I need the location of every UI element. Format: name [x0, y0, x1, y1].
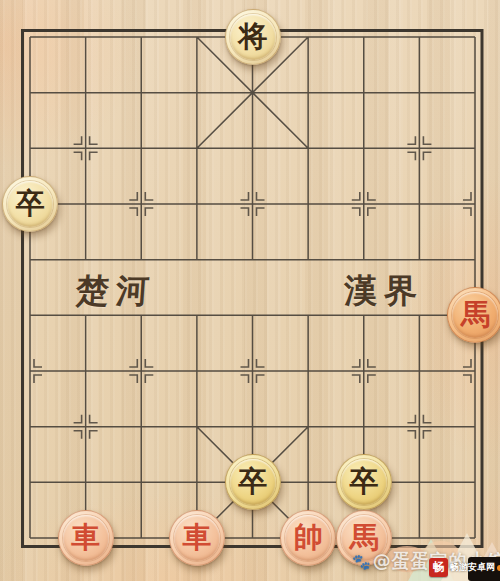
- piece-black-soldier[interactable]: 卒: [225, 454, 281, 510]
- piece-black-soldier[interactable]: 卒: [336, 454, 392, 510]
- piece-glyph: 馬: [349, 523, 378, 552]
- piece-glyph: 馬: [461, 300, 490, 329]
- badge-text: 畅游安卓网: [450, 561, 500, 574]
- piece-glyph: 卒: [16, 189, 45, 218]
- paw-icon: 🐾: [352, 553, 372, 571]
- badge-logo-icon: 畅: [429, 558, 448, 577]
- piece-red-general[interactable]: 帥: [280, 510, 336, 566]
- watermark-badge: 畅 畅游安卓网: [429, 558, 500, 577]
- board-grid[interactable]: 将卒馬卒卒車車帥馬: [2, 9, 500, 566]
- piece-black-general[interactable]: 将: [225, 9, 281, 65]
- piece-glyph: 将: [238, 22, 267, 51]
- piece-glyph: 帥: [294, 523, 323, 552]
- piece-red-horse[interactable]: 馬: [447, 287, 500, 343]
- piece-glyph: 車: [71, 523, 100, 552]
- piece-red-chariot[interactable]: 車: [58, 510, 114, 566]
- piece-glyph: 卒: [349, 467, 378, 496]
- piece-black-soldier[interactable]: 卒: [2, 176, 58, 232]
- piece-glyph: 卒: [238, 467, 267, 496]
- xiangqi-board: 楚河 漢界 将卒馬卒卒車車帥馬 🐾@蛋蛋家的小馆G 畅 畅游安卓网: [0, 0, 500, 581]
- piece-glyph: 車: [183, 523, 212, 552]
- piece-red-chariot[interactable]: 車: [169, 510, 225, 566]
- badge-text-label: 畅游安卓网: [450, 561, 495, 574]
